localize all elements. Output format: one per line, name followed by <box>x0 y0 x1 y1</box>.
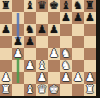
square-b4[interactable]: ♟ <box>12 48 24 60</box>
square-b3[interactable] <box>12 60 24 72</box>
square-d5[interactable] <box>36 36 48 48</box>
square-b1[interactable] <box>12 84 24 96</box>
square-c8[interactable]: ♝ <box>24 0 36 12</box>
white-bishop[interactable]: ♝ <box>24 84 36 96</box>
square-c3[interactable]: ♟ <box>24 60 36 72</box>
black-pawn[interactable]: ♟ <box>0 24 12 36</box>
black-pawn[interactable]: ♟ <box>48 24 60 36</box>
square-f1[interactable] <box>60 84 72 96</box>
square-e8[interactable]: ♚ <box>48 0 60 12</box>
black-pawn[interactable]: ♟ <box>36 24 48 36</box>
square-f6[interactable] <box>60 24 72 36</box>
square-g7[interactable]: ♟ <box>72 12 84 24</box>
black-queen[interactable]: ♛ <box>36 0 48 12</box>
white-rook[interactable]: ♜ <box>84 84 96 96</box>
white-pawn[interactable]: ♟ <box>48 48 60 60</box>
square-d6[interactable]: ♟ <box>36 24 48 36</box>
black-rook[interactable]: ♜ <box>0 0 12 12</box>
white-queen[interactable]: ♛ <box>36 84 48 96</box>
square-g2[interactable]: ♟ <box>72 72 84 84</box>
white-pawn[interactable]: ♟ <box>24 60 36 72</box>
black-pawn[interactable]: ♟ <box>72 12 84 24</box>
white-pawn[interactable]: ♟ <box>72 72 84 84</box>
square-g6[interactable] <box>72 24 84 36</box>
chess-board[interactable]: ♜♝♛♚♝♞♜♟♟♟♟♞♟♟♟♟♟♟♞♟♝♞♟♟♟♟♟♜♝♛♚♜ <box>0 0 96 96</box>
black-pawn[interactable]: ♟ <box>84 12 96 24</box>
square-d1[interactable]: ♛ <box>36 84 48 96</box>
square-b7[interactable] <box>12 12 24 24</box>
black-pawn[interactable]: ♟ <box>60 12 72 24</box>
square-a6[interactable]: ♟ <box>0 24 12 36</box>
white-pawn[interactable]: ♟ <box>12 48 24 60</box>
black-bishop[interactable]: ♝ <box>24 0 36 12</box>
square-e1[interactable]: ♚ <box>48 84 60 96</box>
square-f2[interactable]: ♟ <box>60 72 72 84</box>
square-e6[interactable]: ♟ <box>48 24 60 36</box>
white-pawn[interactable]: ♟ <box>60 72 72 84</box>
square-h5[interactable] <box>84 36 96 48</box>
square-g1[interactable] <box>72 84 84 96</box>
square-c1[interactable]: ♝ <box>24 84 36 96</box>
white-rook[interactable]: ♜ <box>0 84 12 96</box>
square-g4[interactable] <box>72 48 84 60</box>
square-h4[interactable] <box>84 48 96 60</box>
square-h1[interactable]: ♜ <box>84 84 96 96</box>
square-a5[interactable] <box>0 36 12 48</box>
square-h6[interactable] <box>84 24 96 36</box>
square-a1[interactable]: ♜ <box>0 84 12 96</box>
square-a8[interactable]: ♜ <box>0 0 12 12</box>
square-a4[interactable] <box>0 48 12 60</box>
white-king[interactable]: ♚ <box>48 84 60 96</box>
square-d8[interactable]: ♛ <box>36 0 48 12</box>
square-g5[interactable] <box>72 36 84 48</box>
square-f7[interactable]: ♟ <box>60 12 72 24</box>
square-h7[interactable]: ♟ <box>84 12 96 24</box>
square-e4[interactable]: ♟ <box>48 48 60 60</box>
square-b2[interactable] <box>12 72 24 84</box>
black-king[interactable]: ♚ <box>48 0 60 12</box>
square-b8[interactable] <box>12 0 24 12</box>
square-e3[interactable] <box>48 60 60 72</box>
square-c5[interactable]: ♟ <box>24 36 36 48</box>
black-pawn[interactable]: ♟ <box>24 36 36 48</box>
